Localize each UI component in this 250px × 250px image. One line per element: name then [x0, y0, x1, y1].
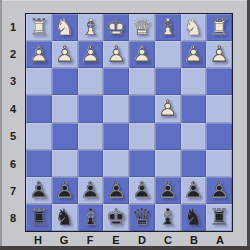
- black-pawn: ♟♙: [26, 177, 52, 204]
- window-edge-bottom: [0, 246, 250, 250]
- square-d3[interactable]: [129, 68, 155, 95]
- black-king: ♚♔: [103, 204, 129, 231]
- black-knight: ♞♘: [181, 204, 207, 231]
- black-knight: ♞♘: [52, 204, 78, 231]
- square-g8[interactable]: ♞♘: [52, 204, 78, 231]
- white-pawn: ♟♙: [181, 41, 207, 68]
- square-a5[interactable]: [206, 123, 232, 150]
- square-e5[interactable]: [103, 123, 129, 150]
- square-c4[interactable]: ♟♙: [155, 95, 181, 122]
- rank-label-4: 4: [2, 95, 24, 122]
- square-c1[interactable]: ♝♗: [155, 14, 181, 41]
- rank-label-3: 3: [2, 68, 24, 95]
- square-h4[interactable]: [26, 95, 52, 122]
- chess-board: ♜♖♞♘♝♗♚♔♛♕♝♗♞♘♜♖♟♙♟♙♟♙♟♙♟♙♟♙♟♙♟♙♟♙♟♙♟♙♟♙…: [25, 13, 233, 232]
- square-f1[interactable]: ♝♗: [78, 14, 104, 41]
- square-d4[interactable]: [129, 95, 155, 122]
- square-c8[interactable]: ♝♗: [155, 204, 181, 231]
- window-edge-right: [247, 0, 250, 250]
- square-g7[interactable]: ♟♙: [52, 177, 78, 204]
- square-c5[interactable]: [155, 123, 181, 150]
- square-b3[interactable]: [181, 68, 207, 95]
- square-c3[interactable]: [155, 68, 181, 95]
- square-d1[interactable]: ♛♕: [129, 14, 155, 41]
- file-labels: HGFEDCBA: [25, 232, 233, 247]
- square-e3[interactable]: [103, 68, 129, 95]
- square-f5[interactable]: [78, 123, 104, 150]
- file-label-a: A: [207, 232, 233, 247]
- black-pawn: ♟♙: [129, 177, 155, 204]
- white-king: ♚♔: [103, 14, 129, 41]
- rank-label-7: 7: [2, 177, 24, 204]
- file-label-b: B: [181, 232, 207, 247]
- white-pawn: ♟♙: [129, 41, 155, 68]
- square-c7[interactable]: ♟♙: [155, 177, 181, 204]
- white-pawn: ♟♙: [155, 95, 181, 122]
- square-d8[interactable]: ♛♕: [129, 204, 155, 231]
- white-pawn: ♟♙: [103, 41, 129, 68]
- white-bishop: ♝♗: [78, 14, 104, 41]
- square-h7[interactable]: ♟♙: [26, 177, 52, 204]
- black-pawn: ♟♙: [181, 177, 207, 204]
- square-d2[interactable]: ♟♙: [129, 41, 155, 68]
- black-bishop: ♝♗: [155, 204, 181, 231]
- square-a6[interactable]: [206, 150, 232, 177]
- square-a2[interactable]: ♟♙: [206, 41, 232, 68]
- white-knight: ♞♘: [181, 14, 207, 41]
- rank-label-1: 1: [2, 13, 24, 40]
- square-a4[interactable]: [206, 95, 232, 122]
- file-label-c: C: [155, 232, 181, 247]
- square-f7[interactable]: ♟♙: [78, 177, 104, 204]
- square-d5[interactable]: [129, 123, 155, 150]
- black-pawn: ♟♙: [103, 177, 129, 204]
- square-e8[interactable]: ♚♔: [103, 204, 129, 231]
- white-knight: ♞♘: [52, 14, 78, 41]
- rank-label-5: 5: [2, 123, 24, 150]
- chess-app-window: 12345678 ♜♖♞♘♝♗♚♔♛♕♝♗♞♘♜♖♟♙♟♙♟♙♟♙♟♙♟♙♟♙♟…: [0, 0, 250, 250]
- square-e4[interactable]: [103, 95, 129, 122]
- square-b4[interactable]: [181, 95, 207, 122]
- square-g2[interactable]: ♟♙: [52, 41, 78, 68]
- square-g5[interactable]: [52, 123, 78, 150]
- square-f3[interactable]: [78, 68, 104, 95]
- square-g3[interactable]: [52, 68, 78, 95]
- black-pawn: ♟♙: [155, 177, 181, 204]
- square-h6[interactable]: [26, 150, 52, 177]
- black-pawn: ♟♙: [206, 177, 232, 204]
- square-f2[interactable]: ♟♙: [78, 41, 104, 68]
- white-bishop: ♝♗: [155, 14, 181, 41]
- square-c6[interactable]: [155, 150, 181, 177]
- rank-label-2: 2: [2, 40, 24, 67]
- square-c2[interactable]: [155, 41, 181, 68]
- square-b1[interactable]: ♞♘: [181, 14, 207, 41]
- black-rook: ♜♖: [206, 204, 232, 231]
- white-rook: ♜♖: [26, 14, 52, 41]
- square-f4[interactable]: [78, 95, 104, 122]
- black-queen: ♛♕: [129, 204, 155, 231]
- square-a1[interactable]: ♜♖: [206, 14, 232, 41]
- square-b8[interactable]: ♞♘: [181, 204, 207, 231]
- white-queen: ♛♕: [129, 14, 155, 41]
- square-f8[interactable]: ♝♗: [78, 204, 104, 231]
- square-h3[interactable]: [26, 68, 52, 95]
- file-label-f: F: [77, 232, 103, 247]
- white-pawn: ♟♙: [206, 41, 232, 68]
- rank-label-8: 8: [2, 205, 24, 232]
- square-a8[interactable]: ♜♖: [206, 204, 232, 231]
- square-f6[interactable]: [78, 150, 104, 177]
- white-pawn: ♟♙: [78, 41, 104, 68]
- black-rook: ♜♖: [26, 204, 52, 231]
- white-pawn: ♟♙: [26, 41, 52, 68]
- square-a3[interactable]: [206, 68, 232, 95]
- square-g6[interactable]: [52, 150, 78, 177]
- square-b6[interactable]: [181, 150, 207, 177]
- square-g4[interactable]: [52, 95, 78, 122]
- square-e1[interactable]: ♚♔: [103, 14, 129, 41]
- square-h1[interactable]: ♜♖: [26, 14, 52, 41]
- square-h2[interactable]: ♟♙: [26, 41, 52, 68]
- window-edge-top: [0, 0, 250, 1]
- rank-labels: 12345678: [2, 13, 24, 232]
- file-label-d: D: [129, 232, 155, 247]
- black-bishop: ♝♗: [78, 204, 104, 231]
- black-pawn: ♟♙: [52, 177, 78, 204]
- file-label-e: E: [103, 232, 129, 247]
- square-e2[interactable]: ♟♙: [103, 41, 129, 68]
- black-pawn: ♟♙: [78, 177, 104, 204]
- square-b2[interactable]: ♟♙: [181, 41, 207, 68]
- square-h5[interactable]: [26, 123, 52, 150]
- white-pawn: ♟♙: [52, 41, 78, 68]
- file-label-g: G: [51, 232, 77, 247]
- square-b5[interactable]: [181, 123, 207, 150]
- square-d7[interactable]: ♟♙: [129, 177, 155, 204]
- square-h8[interactable]: ♜♖: [26, 204, 52, 231]
- rank-label-6: 6: [2, 150, 24, 177]
- square-d6[interactable]: [129, 150, 155, 177]
- square-e7[interactable]: ♟♙: [103, 177, 129, 204]
- square-g1[interactable]: ♞♘: [52, 14, 78, 41]
- square-b7[interactable]: ♟♙: [181, 177, 207, 204]
- file-label-h: H: [25, 232, 51, 247]
- square-e6[interactable]: [103, 150, 129, 177]
- square-a7[interactable]: ♟♙: [206, 177, 232, 204]
- white-rook: ♜♖: [206, 14, 232, 41]
